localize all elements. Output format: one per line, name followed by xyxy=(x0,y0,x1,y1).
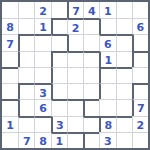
cell-r3c9[interactable] xyxy=(132,34,148,50)
cell-r6c1[interactable] xyxy=(2,83,18,99)
cell-r2c6[interactable] xyxy=(83,18,99,34)
cell-r2c8[interactable] xyxy=(116,18,132,34)
cell-r3c2[interactable] xyxy=(18,34,34,50)
cell-r4c8[interactable] xyxy=(116,51,132,67)
cell-r5c9[interactable] xyxy=(132,67,148,83)
given-digit: 7 xyxy=(6,38,14,49)
cell-r1c4[interactable] xyxy=(51,2,67,18)
given-digit: 2 xyxy=(72,22,80,33)
cell-r1c8[interactable] xyxy=(116,2,132,18)
given-digit: 7 xyxy=(137,103,145,114)
cell-r9c4[interactable]: 1 xyxy=(51,132,67,148)
given-digit: 1 xyxy=(6,119,14,130)
given-digit: 3 xyxy=(39,87,47,98)
cell-r1c2[interactable] xyxy=(18,2,34,18)
cell-r8c4[interactable]: 3 xyxy=(51,116,67,132)
cell-r8c3[interactable] xyxy=(34,116,50,132)
cell-r5c1[interactable] xyxy=(2,67,18,83)
given-digit: 1 xyxy=(39,22,47,33)
cell-r8c6[interactable] xyxy=(83,116,99,132)
cell-r4c1[interactable] xyxy=(2,51,18,67)
cell-r7c7[interactable] xyxy=(99,99,115,115)
cell-r7c9[interactable]: 7 xyxy=(132,99,148,115)
cell-r2c7[interactable] xyxy=(99,18,115,34)
cell-r3c8[interactable] xyxy=(116,34,132,50)
given-digit: 1 xyxy=(55,136,63,147)
given-digit: 8 xyxy=(6,22,14,33)
cell-r3c1[interactable]: 7 xyxy=(2,34,18,50)
cell-r6c7[interactable] xyxy=(99,83,115,99)
given-digit: 4 xyxy=(88,5,96,16)
cell-r3c5[interactable] xyxy=(67,34,83,50)
cell-r4c9[interactable] xyxy=(132,51,148,67)
cell-r6c6[interactable] xyxy=(83,83,99,99)
cell-r4c6[interactable] xyxy=(83,51,99,67)
cell-r7c1[interactable] xyxy=(2,99,18,115)
cell-r8c7[interactable]: 8 xyxy=(99,116,115,132)
cell-r4c2[interactable] xyxy=(18,51,34,67)
cell-r1c5[interactable]: 7 xyxy=(67,2,83,18)
cell-r3c4[interactable] xyxy=(51,34,67,50)
cell-r2c1[interactable]: 8 xyxy=(2,18,18,34)
cell-r6c4[interactable] xyxy=(51,83,67,99)
cell-r7c6[interactable] xyxy=(83,99,99,115)
given-digit: 6 xyxy=(39,103,47,114)
cell-r7c8[interactable] xyxy=(116,99,132,115)
cell-r9c5[interactable] xyxy=(67,132,83,148)
cell-r3c3[interactable] xyxy=(34,34,50,50)
cell-r7c2[interactable] xyxy=(18,99,34,115)
cell-r3c7[interactable]: 6 xyxy=(99,34,115,50)
given-digit: 6 xyxy=(137,22,145,33)
given-digit: 2 xyxy=(137,119,145,130)
given-digit: 1 xyxy=(104,5,112,16)
cell-r8c9[interactable]: 2 xyxy=(132,116,148,132)
given-digit: 7 xyxy=(23,135,31,146)
cell-r4c3[interactable] xyxy=(34,51,50,67)
given-digit: 8 xyxy=(39,135,47,146)
cell-r5c8[interactable] xyxy=(116,67,132,83)
cell-r2c4[interactable] xyxy=(51,18,67,34)
cell-r1c6[interactable]: 4 xyxy=(83,2,99,18)
cell-r2c5[interactable]: 2 xyxy=(67,18,83,34)
cell-r5c3[interactable] xyxy=(34,67,50,83)
puzzle-stage: 2741812676136713827813 xyxy=(0,0,150,150)
cell-r2c3[interactable]: 1 xyxy=(34,18,50,34)
cell-r9c7[interactable]: 3 xyxy=(99,132,115,148)
cell-r5c2[interactable] xyxy=(18,67,34,83)
cell-r1c7[interactable]: 1 xyxy=(99,2,115,18)
cell-r8c1[interactable]: 1 xyxy=(2,116,18,132)
given-digit: 3 xyxy=(104,135,112,146)
cell-r3c6[interactable] xyxy=(83,34,99,50)
cell-r1c9[interactable] xyxy=(132,2,148,18)
cell-r8c5[interactable] xyxy=(67,116,83,132)
cell-r5c5[interactable] xyxy=(67,67,83,83)
jigsaw-sudoku-board: 2741812676136713827813 xyxy=(0,0,150,150)
cell-r7c5[interactable] xyxy=(67,99,83,115)
cell-r9c8[interactable] xyxy=(116,132,132,148)
cell-r9c6[interactable] xyxy=(83,132,99,148)
cell-r9c9[interactable] xyxy=(132,132,148,148)
given-digit: 3 xyxy=(56,119,64,130)
cell-r1c3[interactable]: 2 xyxy=(34,2,50,18)
cell-r9c3[interactable]: 8 xyxy=(34,132,50,148)
cell-r5c6[interactable] xyxy=(83,67,99,83)
cell-r6c3[interactable]: 3 xyxy=(34,83,50,99)
cell-r5c7[interactable] xyxy=(99,67,115,83)
cell-r6c2[interactable] xyxy=(18,83,34,99)
given-digit: 1 xyxy=(105,54,113,65)
given-digit: 6 xyxy=(104,39,112,50)
cell-r8c2[interactable] xyxy=(18,116,34,132)
cell-r1c1[interactable] xyxy=(2,2,18,18)
cell-r4c4[interactable] xyxy=(51,51,67,67)
cell-r6c9[interactable] xyxy=(132,83,148,99)
cell-r7c3[interactable]: 6 xyxy=(34,99,50,115)
cell-r9c1[interactable] xyxy=(2,132,18,148)
cell-r4c5[interactable] xyxy=(67,51,83,67)
given-digit: 8 xyxy=(105,120,113,131)
cell-r8c8[interactable] xyxy=(116,116,132,132)
cell-r5c4[interactable] xyxy=(51,67,67,83)
cell-r6c5[interactable] xyxy=(67,83,83,99)
given-digit: 7 xyxy=(72,5,80,16)
cell-r9c2[interactable]: 7 xyxy=(18,132,34,148)
cell-r4c7[interactable]: 1 xyxy=(99,51,115,67)
cell-r2c9[interactable]: 6 xyxy=(132,18,148,34)
cell-r2c2[interactable] xyxy=(18,18,34,34)
cell-r6c8[interactable] xyxy=(116,83,132,99)
cell-r7c4[interactable] xyxy=(51,99,67,115)
given-digit: 2 xyxy=(39,5,47,16)
